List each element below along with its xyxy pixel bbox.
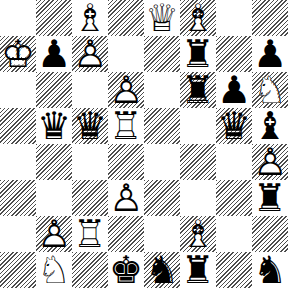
white-rook: ♜♖: [72, 216, 108, 252]
black-rook-glyph: ♜: [180, 71, 216, 107]
square-g4[interactable]: [216, 144, 252, 180]
square-c4[interactable]: [72, 144, 108, 180]
black-queen: ♛: [72, 108, 108, 144]
white-king: ♚♔: [0, 36, 36, 72]
white-knight: ♞♘: [36, 252, 72, 288]
square-f7[interactable]: ♜: [180, 36, 216, 72]
white-knight-outline: ♘: [36, 251, 72, 287]
chess-board: ♝♗♛♕♝♗♚♔♟♟♙♜♟♟♙♜♟♞♘♛♛♜♖♛♝♟♙♟♙♜♟♙♜♖♝♗♞♘♚♞…: [0, 0, 288, 288]
black-rook: ♜: [252, 180, 288, 216]
square-d4[interactable]: [108, 144, 144, 180]
square-b7[interactable]: ♟: [36, 36, 72, 72]
square-f3[interactable]: [180, 180, 216, 216]
square-e4[interactable]: [144, 144, 180, 180]
square-d5[interactable]: ♜♖: [108, 108, 144, 144]
white-bishop-outline: ♗: [72, 0, 108, 35]
square-h6[interactable]: ♞♘: [252, 72, 288, 108]
black-queen-glyph: ♛: [216, 107, 252, 143]
square-h7[interactable]: ♟: [252, 36, 288, 72]
square-c7[interactable]: ♟♙: [72, 36, 108, 72]
white-bishop: ♝♗: [72, 0, 108, 36]
white-bishop-outline: ♗: [180, 215, 216, 251]
white-pawn-outline: ♙: [72, 35, 108, 71]
square-c5[interactable]: ♛: [72, 108, 108, 144]
square-g8[interactable]: [216, 0, 252, 36]
square-a6[interactable]: [0, 72, 36, 108]
square-a8[interactable]: [0, 0, 36, 36]
square-d2[interactable]: [108, 216, 144, 252]
square-c6[interactable]: [72, 72, 108, 108]
square-e5[interactable]: [144, 108, 180, 144]
square-e3[interactable]: [144, 180, 180, 216]
square-a3[interactable]: [0, 180, 36, 216]
black-queen: ♛: [36, 108, 72, 144]
white-bishop-outline: ♗: [180, 0, 216, 35]
square-b4[interactable]: [36, 144, 72, 180]
white-knight-outline: ♘: [252, 71, 288, 107]
square-a7[interactable]: ♚♔: [0, 36, 36, 72]
square-e2[interactable]: [144, 216, 180, 252]
black-pawn: ♟: [36, 36, 72, 72]
square-g2[interactable]: [216, 216, 252, 252]
square-d1[interactable]: ♚: [108, 252, 144, 288]
square-d7[interactable]: [108, 36, 144, 72]
square-e1[interactable]: ♞: [144, 252, 180, 288]
black-pawn-glyph: ♟: [252, 35, 288, 71]
black-knight: ♞: [252, 252, 288, 288]
white-queen: ♛♕: [144, 0, 180, 36]
square-d6[interactable]: ♟♙: [108, 72, 144, 108]
black-pawn-glyph: ♟: [36, 35, 72, 71]
white-rook: ♜♖: [108, 108, 144, 144]
square-b3[interactable]: [36, 180, 72, 216]
square-h4[interactable]: ♟♙: [252, 144, 288, 180]
square-g6[interactable]: ♟: [216, 72, 252, 108]
black-queen-glyph: ♛: [36, 107, 72, 143]
square-a1[interactable]: [0, 252, 36, 288]
black-rook-glyph: ♜: [252, 179, 288, 215]
white-pawn-outline: ♙: [108, 71, 144, 107]
black-queen: ♛: [216, 108, 252, 144]
white-bishop: ♝♗: [180, 216, 216, 252]
square-d3[interactable]: ♟♙: [108, 180, 144, 216]
white-queen-outline: ♕: [144, 0, 180, 35]
white-pawn-outline: ♙: [108, 179, 144, 215]
black-rook: ♜: [180, 36, 216, 72]
white-king-outline: ♔: [0, 35, 36, 71]
white-rook-outline: ♖: [108, 107, 144, 143]
white-pawn: ♟♙: [252, 144, 288, 180]
white-knight: ♞♘: [252, 72, 288, 108]
square-a4[interactable]: [0, 144, 36, 180]
black-king-glyph: ♚: [108, 251, 144, 287]
square-e7[interactable]: [144, 36, 180, 72]
white-pawn: ♟♙: [108, 72, 144, 108]
square-c1[interactable]: [72, 252, 108, 288]
black-rook: ♜: [180, 72, 216, 108]
square-b6[interactable]: [36, 72, 72, 108]
square-e8[interactable]: ♛♕: [144, 0, 180, 36]
black-rook-glyph: ♜: [180, 35, 216, 71]
square-d8[interactable]: [108, 0, 144, 36]
square-f2[interactable]: ♝♗: [180, 216, 216, 252]
white-pawn: ♟♙: [36, 216, 72, 252]
black-pawn: ♟: [216, 72, 252, 108]
white-rook-outline: ♖: [72, 215, 108, 251]
square-a2[interactable]: [0, 216, 36, 252]
black-rook-glyph: ♜: [180, 251, 216, 287]
white-bishop: ♝♗: [180, 0, 216, 36]
square-c3[interactable]: [72, 180, 108, 216]
white-pawn-outline: ♙: [36, 215, 72, 251]
black-pawn-glyph: ♟: [216, 71, 252, 107]
white-pawn: ♟♙: [72, 36, 108, 72]
square-h1[interactable]: ♞: [252, 252, 288, 288]
square-b2[interactable]: ♟♙: [36, 216, 72, 252]
black-pawn: ♟: [252, 36, 288, 72]
square-b5[interactable]: ♛: [36, 108, 72, 144]
square-f4[interactable]: [180, 144, 216, 180]
square-e6[interactable]: [144, 72, 180, 108]
white-pawn: ♟♙: [108, 180, 144, 216]
square-f8[interactable]: ♝♗: [180, 0, 216, 36]
black-bishop-glyph: ♝: [252, 107, 288, 143]
square-g5[interactable]: ♛: [216, 108, 252, 144]
square-c2[interactable]: ♜♖: [72, 216, 108, 252]
square-g1[interactable]: [216, 252, 252, 288]
black-bishop: ♝: [252, 108, 288, 144]
square-g3[interactable]: [216, 180, 252, 216]
square-b1[interactable]: ♞♘: [36, 252, 72, 288]
square-c8[interactable]: ♝♗: [72, 0, 108, 36]
black-knight: ♞: [144, 252, 180, 288]
black-knight-glyph: ♞: [252, 251, 288, 287]
black-knight-glyph: ♞: [144, 251, 180, 287]
square-g7[interactable]: [216, 36, 252, 72]
square-b8[interactable]: [36, 0, 72, 36]
square-h2[interactable]: [252, 216, 288, 252]
square-h3[interactable]: ♜: [252, 180, 288, 216]
white-pawn-outline: ♙: [252, 143, 288, 179]
square-h8[interactable]: [252, 0, 288, 36]
square-f6[interactable]: ♜: [180, 72, 216, 108]
square-a5[interactable]: [0, 108, 36, 144]
square-f5[interactable]: [180, 108, 216, 144]
black-king: ♚: [108, 252, 144, 288]
square-h5[interactable]: ♝: [252, 108, 288, 144]
black-rook: ♜: [180, 252, 216, 288]
black-queen-glyph: ♛: [72, 107, 108, 143]
square-f1[interactable]: ♜: [180, 252, 216, 288]
